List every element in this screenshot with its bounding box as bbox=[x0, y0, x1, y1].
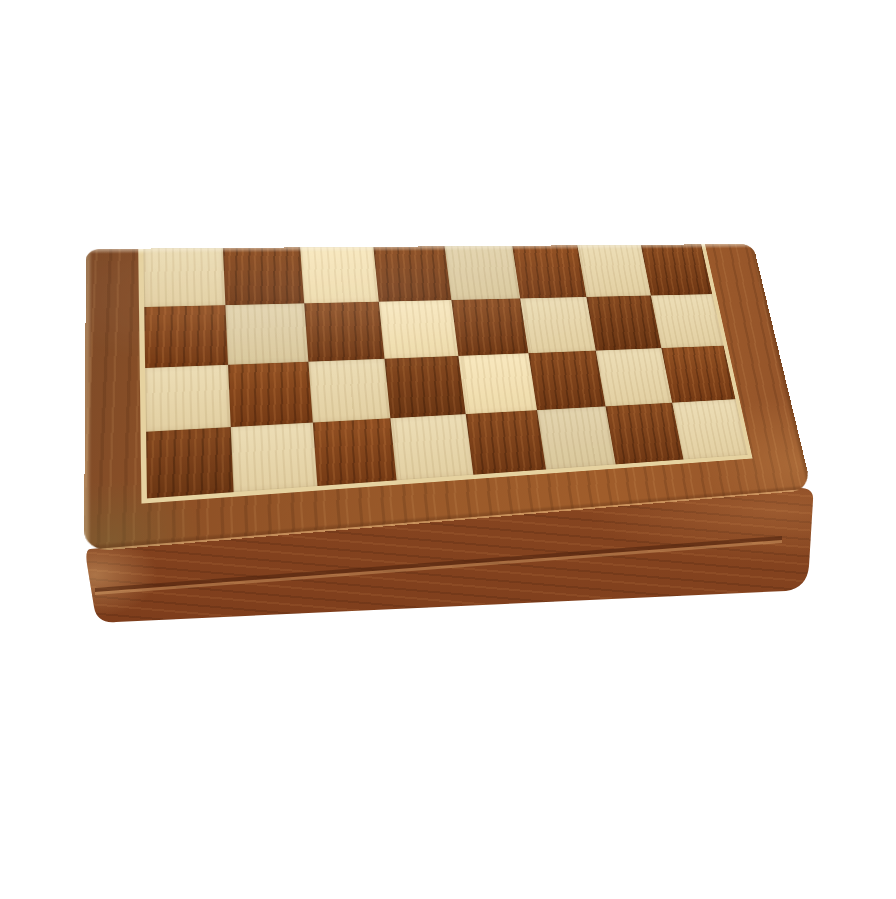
board-square-dark bbox=[304, 302, 385, 362]
board-square-light bbox=[444, 246, 520, 300]
board-square-dark bbox=[451, 298, 528, 355]
board-square-light bbox=[520, 297, 596, 353]
board-square-dark bbox=[641, 244, 713, 295]
board-square-dark bbox=[528, 351, 605, 411]
board-square-dark bbox=[661, 346, 735, 403]
board-square-light bbox=[308, 359, 390, 423]
board-square-light bbox=[672, 399, 748, 459]
chessboard-grid bbox=[143, 244, 747, 498]
board-square-dark bbox=[228, 362, 312, 427]
board-square-light bbox=[458, 353, 537, 414]
board-square-light bbox=[300, 247, 379, 304]
board-square-light bbox=[143, 248, 225, 307]
chess-box-product-photo bbox=[0, 0, 896, 899]
board-square-light bbox=[231, 423, 317, 493]
board-square-dark bbox=[144, 305, 228, 368]
board-square-dark bbox=[465, 410, 546, 475]
board-square-light bbox=[651, 294, 724, 348]
board-square-dark bbox=[512, 245, 586, 298]
board-square-dark bbox=[223, 247, 304, 305]
chessboard bbox=[138, 244, 752, 503]
board-square-dark bbox=[373, 246, 450, 301]
board-square-dark bbox=[313, 418, 397, 486]
board-square-light bbox=[379, 300, 458, 359]
board-square-dark bbox=[587, 295, 661, 350]
board-square-light bbox=[226, 303, 308, 364]
board-square-dark bbox=[606, 403, 683, 465]
board-square-light bbox=[145, 365, 231, 432]
board-square-light bbox=[391, 414, 473, 480]
board-square-dark bbox=[385, 356, 466, 418]
board-square-light bbox=[537, 406, 616, 469]
board-square-light bbox=[596, 348, 672, 406]
board-square-dark bbox=[146, 427, 234, 498]
board-square-light bbox=[578, 245, 651, 297]
